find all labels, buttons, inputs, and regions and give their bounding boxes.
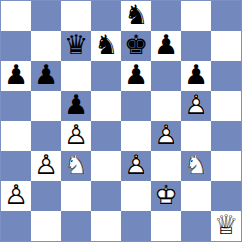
square-d1[interactable] [91,211,121,241]
square-a8[interactable] [1,1,31,31]
square-b2[interactable] [31,181,61,211]
square-f3[interactable] [151,151,181,181]
square-c8[interactable] [61,1,91,31]
black-pawn-piece: ♟ [1,61,31,91]
black-queen-piece: ♛ [61,31,91,61]
square-a1[interactable] [1,211,31,241]
black-pawn-piece: ♟ [121,61,151,91]
white-pawn-piece: ♟♙ [151,121,181,151]
square-b5[interactable] [31,91,61,121]
square-e5[interactable] [121,91,151,121]
square-d5[interactable] [91,91,121,121]
white-pawn-piece: ♟♙ [31,151,61,181]
square-h4[interactable] [211,121,241,151]
white-knight-piece: ♞♘ [181,151,211,181]
black-pawn-piece: ♟ [151,31,181,61]
square-f4[interactable]: ♟♙ [151,121,181,151]
square-b3[interactable]: ♟♙ [31,151,61,181]
square-g2[interactable] [181,181,211,211]
square-d7[interactable]: ♞ [91,31,121,61]
square-g5[interactable]: ♟♙ [181,91,211,121]
white-king-piece: ♚♔ [151,181,181,211]
square-c2[interactable] [61,181,91,211]
black-king-piece: ♚ [121,31,151,61]
square-e3[interactable]: ♟♙ [121,151,151,181]
square-f7[interactable]: ♟ [151,31,181,61]
square-h6[interactable] [211,61,241,91]
square-f6[interactable] [151,61,181,91]
square-h1[interactable]: ♛♕ [211,211,241,241]
square-g1[interactable] [181,211,211,241]
square-a7[interactable] [1,31,31,61]
square-e4[interactable] [121,121,151,151]
square-d8[interactable] [91,1,121,31]
square-h7[interactable] [211,31,241,61]
white-pawn-piece: ♟♙ [1,181,31,211]
square-e8[interactable]: ♞ [121,1,151,31]
black-pawn-piece: ♟ [31,61,61,91]
black-knight-piece: ♞ [121,1,151,31]
square-f5[interactable] [151,91,181,121]
square-b7[interactable] [31,31,61,61]
square-e6[interactable]: ♟ [121,61,151,91]
square-h3[interactable] [211,151,241,181]
black-pawn-piece: ♟ [181,61,211,91]
square-h8[interactable] [211,1,241,31]
square-h2[interactable] [211,181,241,211]
square-g3[interactable]: ♞♘ [181,151,211,181]
square-c7[interactable]: ♛ [61,31,91,61]
square-a5[interactable] [1,91,31,121]
square-d4[interactable] [91,121,121,151]
square-e2[interactable] [121,181,151,211]
square-g8[interactable] [181,1,211,31]
square-c5[interactable]: ♟ [61,91,91,121]
white-pawn-piece: ♟♙ [121,151,151,181]
square-h5[interactable] [211,91,241,121]
square-c4[interactable]: ♟♙ [61,121,91,151]
square-e7[interactable]: ♚ [121,31,151,61]
square-b4[interactable] [31,121,61,151]
white-knight-piece: ♞♘ [61,151,91,181]
square-c6[interactable] [61,61,91,91]
square-a3[interactable] [1,151,31,181]
square-a6[interactable]: ♟ [1,61,31,91]
square-g6[interactable]: ♟ [181,61,211,91]
white-pawn-piece: ♟♙ [61,121,91,151]
square-f8[interactable] [151,1,181,31]
square-a2[interactable]: ♟♙ [1,181,31,211]
square-b1[interactable] [31,211,61,241]
square-d2[interactable] [91,181,121,211]
square-d3[interactable] [91,151,121,181]
black-knight-piece: ♞ [91,31,121,61]
white-pawn-piece: ♟♙ [181,91,211,121]
square-g4[interactable] [181,121,211,151]
square-g7[interactable] [181,31,211,61]
square-c3[interactable]: ♞♘ [61,151,91,181]
square-d6[interactable] [91,61,121,91]
square-e1[interactable] [121,211,151,241]
square-c1[interactable] [61,211,91,241]
square-b8[interactable] [31,1,61,31]
square-b6[interactable]: ♟ [31,61,61,91]
white-queen-piece: ♛♕ [211,211,241,241]
square-a4[interactable] [1,121,31,151]
chess-board: ♞♛♞♚♟♟♟♟♟♟♟♙♟♙♟♙♟♙♞♘♟♙♞♘♟♙♚♔♛♕ [0,0,242,242]
black-pawn-piece: ♟ [61,91,91,121]
square-f2[interactable]: ♚♔ [151,181,181,211]
square-f1[interactable] [151,211,181,241]
